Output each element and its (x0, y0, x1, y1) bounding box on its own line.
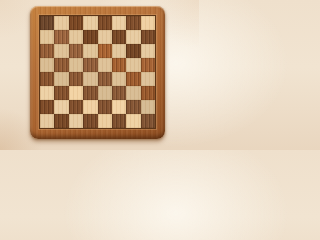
square-e7[interactable] (98, 30, 112, 44)
square-g8[interactable] (126, 16, 140, 30)
square-f7[interactable] (112, 30, 126, 44)
square-e1[interactable] (98, 114, 112, 128)
square-c8[interactable] (69, 16, 83, 30)
square-h8[interactable] (141, 16, 155, 30)
square-c6[interactable] (69, 44, 83, 58)
table-background (0, 0, 199, 150)
square-g1[interactable] (126, 114, 140, 128)
square-d5[interactable] (83, 58, 97, 72)
square-h5[interactable] (141, 58, 155, 72)
square-c3[interactable] (69, 86, 83, 100)
square-c4[interactable] (69, 72, 83, 86)
square-a7[interactable] (40, 30, 54, 44)
square-e2[interactable] (98, 100, 112, 114)
square-a8[interactable] (40, 16, 54, 30)
square-c2[interactable] (69, 100, 83, 114)
square-h4[interactable] (141, 72, 155, 86)
square-b8[interactable] (54, 16, 68, 30)
square-d6[interactable] (83, 44, 97, 58)
board-grid (40, 16, 155, 128)
square-f1[interactable] (112, 114, 126, 128)
square-b5[interactable] (54, 58, 68, 72)
square-d2[interactable] (83, 100, 97, 114)
square-b3[interactable] (54, 86, 68, 100)
board-playing-area (39, 15, 156, 129)
square-b2[interactable] (54, 100, 68, 114)
square-a6[interactable] (40, 44, 54, 58)
square-g2[interactable] (126, 100, 140, 114)
square-b6[interactable] (54, 44, 68, 58)
square-a5[interactable] (40, 58, 54, 72)
square-g7[interactable] (126, 30, 140, 44)
square-f4[interactable] (112, 72, 126, 86)
square-g5[interactable] (126, 58, 140, 72)
square-d8[interactable] (83, 16, 97, 30)
square-f2[interactable] (112, 100, 126, 114)
square-h6[interactable] (141, 44, 155, 58)
square-a1[interactable] (40, 114, 54, 128)
square-d1[interactable] (83, 114, 97, 128)
square-c7[interactable] (69, 30, 83, 44)
square-b4[interactable] (54, 72, 68, 86)
square-h3[interactable] (141, 86, 155, 100)
square-e6[interactable] (98, 44, 112, 58)
square-e3[interactable] (98, 86, 112, 100)
square-f8[interactable] (112, 16, 126, 30)
chess-board (30, 6, 165, 139)
square-f5[interactable] (112, 58, 126, 72)
square-a4[interactable] (40, 72, 54, 86)
square-f3[interactable] (112, 86, 126, 100)
square-e5[interactable] (98, 58, 112, 72)
square-h1[interactable] (141, 114, 155, 128)
square-g4[interactable] (126, 72, 140, 86)
square-b1[interactable] (54, 114, 68, 128)
square-g3[interactable] (126, 86, 140, 100)
square-h2[interactable] (141, 100, 155, 114)
square-a3[interactable] (40, 86, 54, 100)
square-c1[interactable] (69, 114, 83, 128)
square-g6[interactable] (126, 44, 140, 58)
square-a2[interactable] (40, 100, 54, 114)
square-e8[interactable] (98, 16, 112, 30)
square-d4[interactable] (83, 72, 97, 86)
square-h7[interactable] (141, 30, 155, 44)
square-b7[interactable] (54, 30, 68, 44)
square-f6[interactable] (112, 44, 126, 58)
square-c5[interactable] (69, 58, 83, 72)
square-e4[interactable] (98, 72, 112, 86)
square-d3[interactable] (83, 86, 97, 100)
square-d7[interactable] (83, 30, 97, 44)
